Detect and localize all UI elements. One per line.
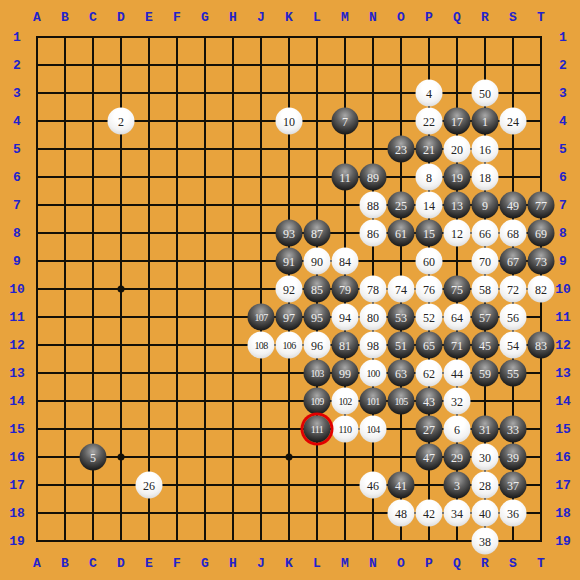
stone-white-move-14: 14: [416, 192, 443, 219]
stone-move-number: 90: [311, 255, 323, 267]
star-point-k16: [286, 454, 293, 461]
col-label-c-top: C: [89, 11, 97, 24]
stone-black-move-39: 39: [500, 444, 527, 471]
stone-move-number: 80: [367, 311, 379, 323]
row-label-3-right: 3: [559, 87, 567, 100]
stone-move-number: 25: [395, 199, 407, 211]
stone-move-number: 83: [535, 339, 547, 351]
stone-white-move-28: 28: [472, 472, 499, 499]
row-label-11-right: 11: [555, 311, 571, 324]
stone-white-move-104: 104: [360, 416, 387, 443]
stone-black-move-105: 105: [388, 388, 415, 415]
row-label-2-right: 2: [559, 59, 567, 72]
stone-move-number: 87: [311, 227, 323, 239]
stone-black-move-97: 97: [276, 304, 303, 331]
row-label-17-right: 17: [555, 479, 571, 492]
row-label-18-right: 18: [555, 507, 571, 520]
stone-move-number: 41: [395, 479, 407, 491]
row-label-16-right: 16: [555, 451, 571, 464]
stone-black-move-7: 7: [332, 108, 359, 135]
col-label-s-bottom: S: [509, 557, 517, 570]
stone-move-number: 92: [283, 283, 295, 295]
row-label-17-left: 17: [9, 479, 25, 492]
stone-move-number: 39: [507, 451, 519, 463]
stone-move-number: 47: [423, 451, 435, 463]
row-label-5-right: 5: [559, 143, 567, 156]
stone-move-number: 45: [479, 339, 491, 351]
row-label-3-left: 3: [13, 87, 21, 100]
col-label-l-bottom: L: [313, 557, 321, 570]
stone-move-number: 4: [426, 87, 432, 99]
stone-white-move-36: 36: [500, 500, 527, 527]
stone-move-number: 106: [282, 340, 295, 350]
col-label-b-top: B: [61, 11, 69, 24]
stone-white-move-100: 100: [360, 360, 387, 387]
stone-black-move-79: 79: [332, 276, 359, 303]
stone-move-number: 26: [143, 479, 155, 491]
col-label-f-top: F: [173, 11, 181, 24]
stone-white-move-26: 26: [136, 472, 163, 499]
stone-black-move-73: 73: [528, 248, 555, 275]
stone-move-number: 54: [507, 339, 519, 351]
stone-black-move-67: 67: [500, 248, 527, 275]
stone-white-move-74: 74: [388, 276, 415, 303]
stone-move-number: 55: [507, 367, 519, 379]
stone-move-number: 27: [423, 423, 435, 435]
stone-move-number: 76: [423, 283, 435, 295]
stone-black-move-95: 95: [304, 304, 331, 331]
stone-black-move-81: 81: [332, 332, 359, 359]
stone-white-move-52: 52: [416, 304, 443, 331]
stone-move-number: 101: [366, 396, 379, 406]
stone-move-number: 15: [423, 227, 435, 239]
row-label-6-right: 6: [559, 171, 567, 184]
row-label-10-left: 10: [9, 283, 25, 296]
col-label-b-bottom: B: [61, 557, 69, 570]
stone-move-number: 70: [479, 255, 491, 267]
stone-white-move-2: 2: [108, 108, 135, 135]
stone-white-move-110: 110: [332, 416, 359, 443]
stone-move-number: 94: [339, 311, 351, 323]
col-label-a-bottom: A: [33, 557, 41, 570]
stone-black-move-21: 21: [416, 136, 443, 163]
stone-move-number: 99: [339, 367, 351, 379]
stone-move-number: 23: [395, 143, 407, 155]
stone-black-move-83: 83: [528, 332, 555, 359]
stone-move-number: 62: [423, 367, 435, 379]
stone-move-number: 104: [366, 424, 379, 434]
stone-move-number: 95: [311, 311, 323, 323]
stone-move-number: 75: [451, 283, 463, 295]
stone-move-number: 43: [423, 395, 435, 407]
stone-black-move-23: 23: [388, 136, 415, 163]
col-label-a-top: A: [33, 11, 41, 24]
stone-white-move-76: 76: [416, 276, 443, 303]
row-label-2-left: 2: [13, 59, 21, 72]
stone-move-number: 84: [339, 255, 351, 267]
stone-move-number: 79: [339, 283, 351, 295]
stone-move-number: 49: [507, 199, 519, 211]
stone-move-number: 86: [367, 227, 379, 239]
col-label-n-top: N: [369, 11, 377, 24]
stone-black-move-87: 87: [304, 220, 331, 247]
stone-white-move-40: 40: [472, 500, 499, 527]
stone-move-number: 16: [479, 143, 491, 155]
stone-black-move-13: 13: [444, 192, 471, 219]
stone-move-number: 37: [507, 479, 519, 491]
stone-move-number: 2: [118, 115, 124, 127]
stone-white-move-34: 34: [444, 500, 471, 527]
star-point-d10: [118, 286, 125, 293]
stone-move-number: 74: [395, 283, 407, 295]
stone-move-number: 48: [395, 507, 407, 519]
stone-black-move-47: 47: [416, 444, 443, 471]
stone-black-move-57: 57: [472, 304, 499, 331]
stone-white-move-38: 38: [472, 528, 499, 555]
stone-move-number: 91: [283, 255, 295, 267]
stone-move-number: 96: [311, 339, 323, 351]
stone-black-move-41: 41: [388, 472, 415, 499]
stone-move-number: 97: [283, 311, 295, 323]
star-point-d16: [118, 454, 125, 461]
stone-white-move-24: 24: [500, 108, 527, 135]
stone-white-move-88: 88: [360, 192, 387, 219]
row-label-1-left: 1: [13, 31, 21, 44]
stone-black-move-31: 31: [472, 416, 499, 443]
stone-move-number: 13: [451, 199, 463, 211]
stone-white-move-78: 78: [360, 276, 387, 303]
stone-white-move-62: 62: [416, 360, 443, 387]
stone-move-number: 9: [482, 199, 488, 211]
stone-black-move-49: 49: [500, 192, 527, 219]
stone-move-number: 30: [479, 451, 491, 463]
col-label-e-bottom: E: [145, 557, 153, 570]
stone-black-move-101: 101: [360, 388, 387, 415]
stone-black-move-85: 85: [304, 276, 331, 303]
stone-white-move-30: 30: [472, 444, 499, 471]
stone-move-number: 111: [311, 424, 323, 434]
stone-black-move-71: 71: [444, 332, 471, 359]
stone-white-move-44: 44: [444, 360, 471, 387]
stone-white-move-90: 90: [304, 248, 331, 275]
stone-move-number: 28: [479, 479, 491, 491]
stone-move-number: 18: [479, 171, 491, 183]
stone-move-number: 56: [507, 311, 519, 323]
stone-move-number: 65: [423, 339, 435, 351]
col-label-o-bottom: O: [397, 557, 405, 570]
stone-black-move-93: 93: [276, 220, 303, 247]
row-label-11-left: 11: [9, 311, 25, 324]
col-label-l-top: L: [313, 11, 321, 24]
stone-white-move-94: 94: [332, 304, 359, 331]
stone-move-number: 110: [339, 424, 352, 434]
col-label-h-bottom: H: [229, 557, 237, 570]
stone-move-number: 67: [507, 255, 519, 267]
stone-black-move-75: 75: [444, 276, 471, 303]
col-label-j-bottom: J: [257, 557, 265, 570]
col-label-p-top: P: [425, 11, 433, 24]
stone-move-number: 59: [479, 367, 491, 379]
stone-move-number: 98: [367, 339, 379, 351]
stone-move-number: 19: [451, 171, 463, 183]
col-label-t-top: T: [537, 11, 545, 24]
row-label-12-left: 12: [9, 339, 25, 352]
stone-black-move-103: 103: [304, 360, 331, 387]
stone-white-move-20: 20: [444, 136, 471, 163]
stone-move-number: 102: [338, 396, 351, 406]
stone-move-number: 82: [535, 283, 547, 295]
col-label-m-top: M: [341, 11, 349, 24]
stone-move-number: 24: [507, 115, 519, 127]
stone-black-move-53: 53: [388, 304, 415, 331]
stone-move-number: 61: [395, 227, 407, 239]
stone-white-move-72: 72: [500, 276, 527, 303]
stone-move-number: 77: [535, 199, 547, 211]
stone-move-number: 40: [479, 507, 491, 519]
stone-white-move-82: 82: [528, 276, 555, 303]
row-label-7-left: 7: [13, 199, 21, 212]
col-label-d-top: D: [117, 11, 125, 24]
stone-move-number: 69: [535, 227, 547, 239]
row-label-15-left: 15: [9, 423, 25, 436]
stone-move-number: 6: [454, 423, 460, 435]
col-label-p-bottom: P: [425, 557, 433, 570]
stone-move-number: 44: [451, 367, 463, 379]
stone-black-move-37: 37: [500, 472, 527, 499]
stone-move-number: 105: [394, 396, 407, 406]
col-label-g-top: G: [201, 11, 209, 24]
stone-black-move-27: 27: [416, 416, 443, 443]
stone-black-move-29: 29: [444, 444, 471, 471]
stone-move-number: 10: [283, 115, 295, 127]
stone-black-move-65: 65: [416, 332, 443, 359]
col-label-d-bottom: D: [117, 557, 125, 570]
stone-white-move-92: 92: [276, 276, 303, 303]
stone-black-move-19: 19: [444, 164, 471, 191]
stone-black-move-109: 109: [304, 388, 331, 415]
stone-move-number: 64: [451, 311, 463, 323]
stone-white-move-84: 84: [332, 248, 359, 275]
grid-horizontal-line: [36, 540, 542, 542]
row-label-9-left: 9: [13, 255, 21, 268]
stone-black-move-89: 89: [360, 164, 387, 191]
stone-move-number: 66: [479, 227, 491, 239]
stone-move-number: 58: [479, 283, 491, 295]
col-label-f-bottom: F: [173, 557, 181, 570]
stone-move-number: 3: [454, 479, 460, 491]
stone-move-number: 51: [395, 339, 407, 351]
stone-move-number: 100: [366, 368, 379, 378]
stone-move-number: 17: [451, 115, 463, 127]
stone-white-move-86: 86: [360, 220, 387, 247]
row-label-15-right: 15: [555, 423, 571, 436]
stone-black-move-107: 107: [248, 304, 275, 331]
stone-black-move-25: 25: [388, 192, 415, 219]
stone-white-move-96: 96: [304, 332, 331, 359]
stone-black-move-51: 51: [388, 332, 415, 359]
stone-move-number: 109: [310, 396, 323, 406]
stone-black-move-111: 111: [304, 416, 331, 443]
stone-move-number: 63: [395, 367, 407, 379]
stone-move-number: 50: [479, 87, 491, 99]
stone-move-number: 34: [451, 507, 463, 519]
stone-move-number: 78: [367, 283, 379, 295]
col-label-q-top: Q: [453, 11, 461, 24]
stone-white-move-108: 108: [248, 332, 275, 359]
stone-move-number: 36: [507, 507, 519, 519]
row-label-14-left: 14: [9, 395, 25, 408]
stone-move-number: 81: [339, 339, 351, 351]
col-label-j-top: J: [257, 11, 265, 24]
col-label-r-bottom: R: [481, 557, 489, 570]
stone-white-move-102: 102: [332, 388, 359, 415]
col-label-r-top: R: [481, 11, 489, 24]
stone-move-number: 53: [395, 311, 407, 323]
row-label-13-left: 13: [9, 367, 25, 380]
stone-black-move-9: 9: [472, 192, 499, 219]
stone-white-move-48: 48: [388, 500, 415, 527]
stone-white-move-16: 16: [472, 136, 499, 163]
col-label-h-top: H: [229, 11, 237, 24]
stone-white-move-66: 66: [472, 220, 499, 247]
stone-move-number: 57: [479, 311, 491, 323]
stone-move-number: 52: [423, 311, 435, 323]
stone-move-number: 73: [535, 255, 547, 267]
stone-move-number: 1: [482, 115, 488, 127]
stone-move-number: 60: [423, 255, 435, 267]
col-label-c-bottom: C: [89, 557, 97, 570]
stone-move-number: 29: [451, 451, 463, 463]
row-label-6-left: 6: [13, 171, 21, 184]
col-label-k-top: K: [285, 11, 293, 24]
stone-black-move-3: 3: [444, 472, 471, 499]
stone-black-move-5: 5: [80, 444, 107, 471]
stone-move-number: 68: [507, 227, 519, 239]
stone-white-move-12: 12: [444, 220, 471, 247]
row-label-10-right: 10: [555, 283, 571, 296]
stone-black-move-59: 59: [472, 360, 499, 387]
stone-white-move-106: 106: [276, 332, 303, 359]
stone-white-move-68: 68: [500, 220, 527, 247]
stone-move-number: 8: [426, 171, 432, 183]
stone-white-move-50: 50: [472, 80, 499, 107]
stone-move-number: 103: [310, 368, 323, 378]
stone-black-move-61: 61: [388, 220, 415, 247]
col-label-o-top: O: [397, 11, 405, 24]
row-label-8-left: 8: [13, 227, 21, 240]
stone-white-move-64: 64: [444, 304, 471, 331]
stone-move-number: 14: [423, 199, 435, 211]
stone-black-move-91: 91: [276, 248, 303, 275]
stone-move-number: 5: [90, 451, 96, 463]
stone-white-move-22: 22: [416, 108, 443, 135]
row-label-18-left: 18: [9, 507, 25, 520]
col-label-g-bottom: G: [201, 557, 209, 570]
stone-move-number: 85: [311, 283, 323, 295]
stone-white-move-18: 18: [472, 164, 499, 191]
stone-black-move-55: 55: [500, 360, 527, 387]
stone-move-number: 32: [451, 395, 463, 407]
stone-move-number: 93: [283, 227, 295, 239]
stone-black-move-1: 1: [472, 108, 499, 135]
col-label-s-top: S: [509, 11, 517, 24]
stone-move-number: 33: [507, 423, 519, 435]
col-label-m-bottom: M: [341, 557, 349, 570]
stone-white-move-32: 32: [444, 388, 471, 415]
stone-white-move-98: 98: [360, 332, 387, 359]
stone-move-number: 46: [367, 479, 379, 491]
stone-white-move-42: 42: [416, 500, 443, 527]
stone-black-move-15: 15: [416, 220, 443, 247]
row-label-4-left: 4: [13, 115, 21, 128]
go-board[interactable]: AABBCCDDEEFFGGHHJJKKLLMMNNOOPPQQRRSSTT11…: [0, 0, 580, 580]
row-label-19-right: 19: [555, 535, 571, 548]
stone-black-move-99: 99: [332, 360, 359, 387]
stone-move-number: 12: [451, 227, 463, 239]
stone-black-move-77: 77: [528, 192, 555, 219]
stone-white-move-4: 4: [416, 80, 443, 107]
row-label-4-right: 4: [559, 115, 567, 128]
stone-move-number: 107: [254, 312, 267, 322]
stone-white-move-10: 10: [276, 108, 303, 135]
col-label-k-bottom: K: [285, 557, 293, 570]
stone-black-move-69: 69: [528, 220, 555, 247]
stone-black-move-11: 11: [332, 164, 359, 191]
stone-move-number: 72: [507, 283, 519, 295]
row-label-5-left: 5: [13, 143, 21, 156]
stone-move-number: 88: [367, 199, 379, 211]
row-label-19-left: 19: [9, 535, 25, 548]
stone-white-move-80: 80: [360, 304, 387, 331]
row-label-16-left: 16: [9, 451, 25, 464]
row-label-14-right: 14: [555, 395, 571, 408]
stone-black-move-17: 17: [444, 108, 471, 135]
stone-black-move-45: 45: [472, 332, 499, 359]
row-label-1-right: 1: [559, 31, 567, 44]
row-label-13-right: 13: [555, 367, 571, 380]
col-label-q-bottom: Q: [453, 557, 461, 570]
stone-white-move-56: 56: [500, 304, 527, 331]
stone-white-move-58: 58: [472, 276, 499, 303]
stone-move-number: 7: [342, 115, 348, 127]
stone-white-move-46: 46: [360, 472, 387, 499]
stone-move-number: 38: [479, 535, 491, 547]
stone-black-move-33: 33: [500, 416, 527, 443]
stone-move-number: 42: [423, 507, 435, 519]
stone-move-number: 21: [423, 143, 435, 155]
row-label-7-right: 7: [559, 199, 567, 212]
stone-move-number: 71: [451, 339, 463, 351]
stone-white-move-70: 70: [472, 248, 499, 275]
stone-move-number: 108: [254, 340, 267, 350]
stone-move-number: 31: [479, 423, 491, 435]
stone-move-number: 20: [451, 143, 463, 155]
row-label-9-right: 9: [559, 255, 567, 268]
stone-white-move-8: 8: [416, 164, 443, 191]
row-label-8-right: 8: [559, 227, 567, 240]
stone-black-move-43: 43: [416, 388, 443, 415]
col-label-t-bottom: T: [537, 557, 545, 570]
stone-move-number: 11: [339, 171, 351, 183]
stone-white-move-60: 60: [416, 248, 443, 275]
stone-move-number: 22: [423, 115, 435, 127]
col-label-e-top: E: [145, 11, 153, 24]
stone-white-move-6: 6: [444, 416, 471, 443]
stone-black-move-63: 63: [388, 360, 415, 387]
stone-move-number: 89: [367, 171, 379, 183]
col-label-n-bottom: N: [369, 557, 377, 570]
row-label-12-right: 12: [555, 339, 571, 352]
